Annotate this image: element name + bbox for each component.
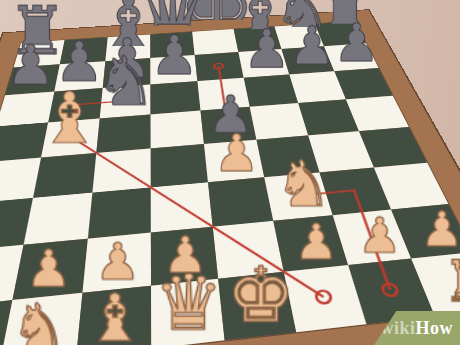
square-b5: ♝ [41,118,100,157]
white-queen-d1: ♛ [153,265,222,342]
white-pawn-f2: ♟ [294,217,338,266]
black-knight-c6: ♞ [95,47,156,115]
white-pawn-g2: ♟ [357,211,401,260]
white-rook-h1: ♜ [442,253,460,310]
chess-board-3d: ♜♝♛♚♝♞♜♟♟♟♟♟♟♟♞♝♟♟♞♟♟♟♟♟♟♟♜♞♝♛♚♜ [0,9,460,345]
background-wall: ♜♝♛♚♝♞♜♟♟♟♟♟♟♟♞♝♟♟♞♟♟♟♟♟♟♟♜♞♝♛♚♜ [0,0,460,345]
white-king-e1: ♚ [226,257,294,333]
square-e1: ♚ [218,272,296,341]
square-c6: ♞ [100,85,151,119]
white-pawn-b2: ♟ [25,243,71,294]
square-d1: ♛ [151,279,225,345]
wikihow-chess-illustration: ♜♝♛♚♝♞♜♟♟♟♟♟♟♟♞♝♟♟♞♟♟♟♟♟♟♟♜♞♝♛♚♜ wikiHow [0,0,460,345]
black-pawn-f7: ♟ [243,22,290,75]
board-wood-frame: ♜♝♛♚♝♞♜♟♟♟♟♟♟♟♞♝♟♟♞♟♟♟♟♟♟♟♜♞♝♛♚♜ [0,9,460,345]
black-pawn-d7: ♟ [150,28,198,82]
white-pawn-h2: ♟ [420,205,460,253]
black-pawn-g7: ♟ [288,19,335,72]
watermark-how: How [416,318,454,339]
square-c1: ♝ [76,286,151,345]
white-knight-b1: ♞ [10,295,67,345]
white-knight-f3: ♞ [274,153,331,217]
white-bishop-b5: ♝ [38,84,101,154]
square-f7: ♟ [238,49,289,78]
square-e4: ♟ [204,140,264,183]
black-pawn-h7: ♟ [333,16,380,68]
white-bishop-c1: ♝ [85,285,144,345]
white-pawn-a2: ♟ [0,249,1,301]
square-d7: ♟ [150,55,197,85]
white-pawn-e4: ♟ [213,127,259,178]
